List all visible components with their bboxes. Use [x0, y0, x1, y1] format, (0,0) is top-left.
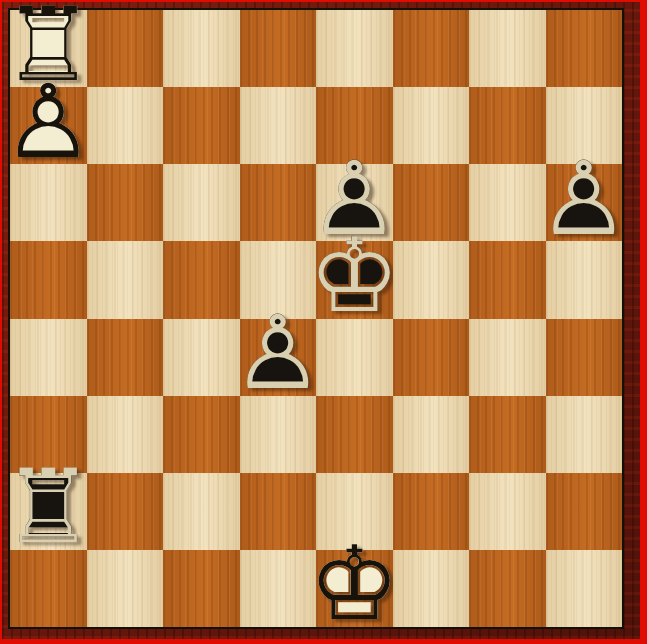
black-king-e5[interactable]: ♚♔ — [316, 241, 393, 318]
square-d6[interactable] — [240, 164, 317, 241]
black-pawn-h6[interactable]: ♟♙ — [546, 164, 623, 241]
square-h8[interactable] — [546, 10, 623, 87]
square-c8[interactable] — [163, 10, 240, 87]
square-d3[interactable] — [240, 396, 317, 473]
square-c7[interactable] — [163, 87, 240, 164]
square-d1[interactable] — [240, 550, 317, 627]
white-pawn-glyph-outline: ♙ — [10, 83, 87, 160]
square-c3[interactable] — [163, 396, 240, 473]
square-f3[interactable] — [393, 396, 470, 473]
square-b2[interactable] — [87, 473, 164, 550]
square-f4[interactable] — [393, 319, 470, 396]
square-e1[interactable]: ♚♔ — [316, 550, 393, 627]
square-a4[interactable] — [10, 319, 87, 396]
square-c1[interactable] — [163, 550, 240, 627]
square-g1[interactable] — [469, 550, 546, 627]
square-d4[interactable]: ♟♙ — [240, 319, 317, 396]
square-b3[interactable] — [87, 396, 164, 473]
square-f8[interactable] — [393, 10, 470, 87]
square-f6[interactable] — [393, 164, 470, 241]
square-g5[interactable] — [469, 241, 546, 318]
white-king-glyph-outline: ♔ — [316, 546, 393, 623]
square-h2[interactable] — [546, 473, 623, 550]
square-b6[interactable] — [87, 164, 164, 241]
square-b8[interactable] — [87, 10, 164, 87]
black-rook-glyph-outline: ♖ — [10, 469, 87, 546]
square-b4[interactable] — [87, 319, 164, 396]
square-d8[interactable] — [240, 10, 317, 87]
square-f1[interactable] — [393, 550, 470, 627]
square-f7[interactable] — [393, 87, 470, 164]
square-a6[interactable] — [10, 164, 87, 241]
square-g8[interactable] — [469, 10, 546, 87]
square-g2[interactable] — [469, 473, 546, 550]
square-g4[interactable] — [469, 319, 546, 396]
square-g3[interactable] — [469, 396, 546, 473]
black-king-glyph-outline: ♔ — [316, 237, 393, 314]
square-b7[interactable] — [87, 87, 164, 164]
square-e5[interactable]: ♚♔ — [316, 241, 393, 318]
square-a5[interactable] — [10, 241, 87, 318]
square-c5[interactable] — [163, 241, 240, 318]
square-h1[interactable] — [546, 550, 623, 627]
black-rook-a2[interactable]: ♜♖ — [10, 473, 87, 550]
square-g6[interactable] — [469, 164, 546, 241]
square-a1[interactable] — [10, 550, 87, 627]
square-c2[interactable] — [163, 473, 240, 550]
square-f5[interactable] — [393, 241, 470, 318]
square-d2[interactable] — [240, 473, 317, 550]
square-f2[interactable] — [393, 473, 470, 550]
square-h4[interactable] — [546, 319, 623, 396]
board-frame: ♜♖♟♙♟♙♟♙♚♔♟♙♜♖♚♔ — [0, 0, 647, 644]
white-king-e1[interactable]: ♚♔ — [316, 550, 393, 627]
square-h5[interactable] — [546, 241, 623, 318]
square-b5[interactable] — [87, 241, 164, 318]
square-a7[interactable]: ♟♙ — [10, 87, 87, 164]
square-a2[interactable]: ♜♖ — [10, 473, 87, 550]
square-h3[interactable] — [546, 396, 623, 473]
square-c4[interactable] — [163, 319, 240, 396]
square-g7[interactable] — [469, 87, 546, 164]
white-pawn-a7[interactable]: ♟♙ — [10, 87, 87, 164]
square-d7[interactable] — [240, 87, 317, 164]
square-e8[interactable] — [316, 10, 393, 87]
black-pawn-d4[interactable]: ♟♙ — [240, 319, 317, 396]
black-pawn-glyph-outline: ♙ — [240, 315, 317, 392]
square-c6[interactable] — [163, 164, 240, 241]
square-h6[interactable]: ♟♙ — [546, 164, 623, 241]
square-e4[interactable] — [316, 319, 393, 396]
square-e3[interactable] — [316, 396, 393, 473]
board: ♜♖♟♙♟♙♟♙♚♔♟♙♜♖♚♔ — [8, 8, 624, 629]
square-b1[interactable] — [87, 550, 164, 627]
black-pawn-glyph-outline: ♙ — [546, 160, 623, 237]
